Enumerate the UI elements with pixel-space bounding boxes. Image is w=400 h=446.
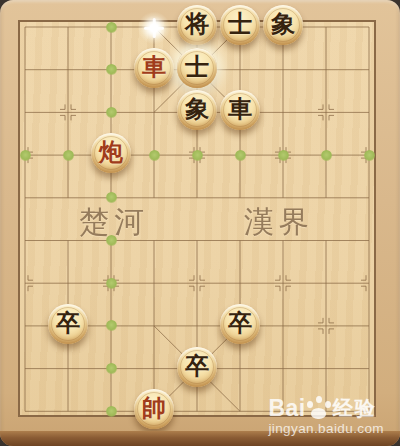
piece-black-advisor[interactable]: 士	[220, 5, 260, 45]
piece-glyph: 炮	[99, 140, 123, 164]
piece-black-pawn[interactable]: 卒	[48, 304, 88, 344]
piece-glyph: 士	[185, 55, 209, 79]
move-hint-dot[interactable]	[278, 150, 289, 161]
move-hint-dot[interactable]	[106, 363, 117, 374]
move-hint-dot[interactable]	[321, 150, 332, 161]
piece-glyph: 象	[271, 12, 295, 36]
piece-red-chariot[interactable]: 車	[134, 48, 174, 88]
move-hint-dot[interactable]	[149, 150, 160, 161]
move-hint-dot[interactable]	[106, 406, 117, 417]
baidu-logo: Bai 经验	[268, 395, 384, 419]
river-label-hanjie: 漢界	[242, 205, 316, 239]
move-hint-dot[interactable]	[235, 150, 246, 161]
move-hint-dot[interactable]	[106, 107, 117, 118]
river-label-chuhe: 楚河	[77, 205, 151, 239]
piece-glyph: 士	[228, 12, 252, 36]
piece-black-elephant[interactable]: 象	[263, 5, 303, 45]
move-hint-dot[interactable]	[20, 150, 31, 161]
piece-glyph: 象	[185, 97, 209, 121]
xiangqi-board: 楚河 漢界 将士象車士象車炮卒卒卒帥 Bai 经验 jingyan.baidu.…	[0, 0, 400, 446]
move-hint-dot[interactable]	[63, 150, 74, 161]
move-hint-dot[interactable]	[106, 278, 117, 289]
piece-black-general[interactable]: 将	[177, 5, 217, 45]
baidu-logo-text: Bai	[268, 397, 305, 419]
piece-glyph: 帥	[142, 396, 166, 420]
move-hint-dot[interactable]	[106, 320, 117, 331]
piece-glyph: 車	[228, 97, 252, 121]
move-hint-dot[interactable]	[364, 150, 375, 161]
move-hint-dot[interactable]	[106, 235, 117, 246]
piece-glyph: 卒	[228, 311, 252, 335]
baidu-jingyan-text: 经验	[333, 397, 377, 419]
move-hint-dot[interactable]	[106, 64, 117, 75]
piece-glyph: 卒	[56, 311, 80, 335]
baidu-jingyan-watermark: Bai 经验 jingyan.baidu.com	[268, 395, 384, 436]
move-hint-dot[interactable]	[106, 22, 117, 33]
piece-glyph: 卒	[185, 354, 209, 378]
piece-glyph: 将	[185, 12, 209, 36]
baidu-url-text: jingyan.baidu.com	[268, 421, 384, 436]
piece-black-advisor[interactable]: 士	[177, 48, 217, 88]
move-hint-dot[interactable]	[106, 192, 117, 203]
move-hint-dot[interactable]	[192, 150, 203, 161]
piece-red-cannon[interactable]: 炮	[91, 133, 131, 173]
piece-glyph: 車	[142, 55, 166, 79]
piece-black-pawn[interactable]: 卒	[177, 347, 217, 387]
baidu-paw-icon	[307, 395, 331, 419]
piece-black-pawn[interactable]: 卒	[220, 304, 260, 344]
